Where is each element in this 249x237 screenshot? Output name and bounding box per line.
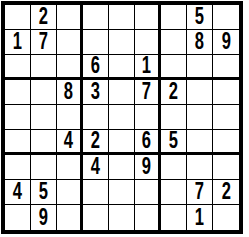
cell-r6c3: 4 — [57, 130, 83, 155]
cell-r7c8[interactable] — [187, 155, 213, 180]
cell-r1c9[interactable] — [213, 5, 239, 30]
cell-r3c1[interactable] — [5, 55, 31, 80]
given-digit: 1 — [195, 206, 204, 230]
cell-r6c4: 2 — [83, 130, 109, 155]
cell-r6c6: 6 — [135, 130, 161, 155]
cell-r8c7[interactable] — [161, 180, 187, 205]
cell-r9c7[interactable] — [161, 205, 187, 230]
cell-r2c3[interactable] — [57, 30, 83, 55]
cell-r8c5[interactable] — [109, 180, 135, 205]
cell-r5c5[interactable] — [109, 105, 135, 130]
cell-r1c2: 2 — [31, 5, 57, 30]
cell-r2c5[interactable] — [109, 30, 135, 55]
cell-r5c2[interactable] — [31, 105, 57, 130]
given-digit: 2 — [39, 5, 48, 29]
given-digit: 2 — [221, 180, 230, 204]
cell-r4c3: 8 — [57, 80, 83, 105]
page: 251789618372426549457291 — [0, 0, 249, 237]
given-digit: 7 — [39, 30, 48, 54]
given-digit: 7 — [142, 80, 151, 104]
cell-r9c5[interactable] — [109, 205, 135, 230]
cell-r2c6[interactable] — [135, 30, 161, 55]
cell-r1c6[interactable] — [135, 5, 161, 30]
cell-r1c7[interactable] — [161, 5, 187, 30]
cell-r8c2: 5 — [31, 180, 57, 205]
cell-r3c5[interactable] — [109, 55, 135, 80]
cell-r1c8: 5 — [187, 5, 213, 30]
given-digit: 4 — [91, 155, 100, 179]
cell-r5c4[interactable] — [83, 105, 109, 130]
cell-r4c1[interactable] — [5, 80, 31, 105]
cell-r7c4: 4 — [83, 155, 109, 180]
cell-r6c9[interactable] — [213, 130, 239, 155]
cell-r5c8[interactable] — [187, 105, 213, 130]
cell-r1c5[interactable] — [109, 5, 135, 30]
cell-r2c2: 7 — [31, 30, 57, 55]
cell-r3c4: 6 — [83, 55, 109, 80]
cell-r2c4[interactable] — [83, 30, 109, 55]
cell-r5c1[interactable] — [5, 105, 31, 130]
cell-r4c2[interactable] — [31, 80, 57, 105]
cell-r3c9[interactable] — [213, 55, 239, 80]
given-digit: 1 — [13, 30, 22, 54]
cell-r8c6[interactable] — [135, 180, 161, 205]
cell-r2c7[interactable] — [161, 30, 187, 55]
cell-r8c8: 7 — [187, 180, 213, 205]
cell-r9c2: 9 — [31, 205, 57, 230]
given-digit: 8 — [64, 80, 73, 104]
cell-r1c1[interactable] — [5, 5, 31, 30]
given-digit: 7 — [195, 180, 204, 204]
cell-r7c7[interactable] — [161, 155, 187, 180]
cell-r8c1: 4 — [5, 180, 31, 205]
cell-r5c3[interactable] — [57, 105, 83, 130]
given-digit: 8 — [195, 30, 204, 54]
cell-r2c9: 9 — [213, 30, 239, 55]
cell-r3c8[interactable] — [187, 55, 213, 80]
given-digit: 5 — [169, 130, 178, 153]
cell-r2c8: 8 — [187, 30, 213, 55]
cell-r4c8[interactable] — [187, 80, 213, 105]
cell-r4c4: 3 — [83, 80, 109, 105]
given-digit: 9 — [39, 206, 48, 230]
cell-r8c4[interactable] — [83, 180, 109, 205]
given-digit: 6 — [142, 130, 151, 153]
cell-r3c2[interactable] — [31, 55, 57, 80]
given-digit: 9 — [221, 30, 230, 54]
given-digit: 2 — [91, 130, 100, 153]
sudoku-board: 251789618372426549457291 — [1, 1, 243, 234]
given-digit: 4 — [64, 130, 73, 153]
given-digit: 4 — [13, 180, 22, 204]
cell-r9c9[interactable] — [213, 205, 239, 230]
cell-r9c4[interactable] — [83, 205, 109, 230]
cell-r5c7[interactable] — [161, 105, 187, 130]
cell-r9c1[interactable] — [5, 205, 31, 230]
given-digit: 9 — [142, 155, 151, 179]
cell-r7c3[interactable] — [57, 155, 83, 180]
cell-r7c2[interactable] — [31, 155, 57, 180]
cell-r5c9[interactable] — [213, 105, 239, 130]
cell-r6c2[interactable] — [31, 130, 57, 155]
cell-r3c7[interactable] — [161, 55, 187, 80]
cell-r6c1[interactable] — [5, 130, 31, 155]
cell-r1c3[interactable] — [57, 5, 83, 30]
given-digit: 3 — [91, 80, 100, 104]
cell-r7c1[interactable] — [5, 155, 31, 180]
cell-r8c3[interactable] — [57, 180, 83, 205]
cell-r4c5[interactable] — [109, 80, 135, 105]
given-digit: 1 — [142, 55, 151, 78]
cell-r1c4[interactable] — [83, 5, 109, 30]
cell-r6c7: 5 — [161, 130, 187, 155]
cell-r7c5[interactable] — [109, 155, 135, 180]
cell-r5c6[interactable] — [135, 105, 161, 130]
cell-r9c6[interactable] — [135, 205, 161, 230]
cell-r3c3[interactable] — [57, 55, 83, 80]
cell-r7c6: 9 — [135, 155, 161, 180]
cell-r4c9[interactable] — [213, 80, 239, 105]
cell-r3c6: 1 — [135, 55, 161, 80]
cell-r6c8[interactable] — [187, 130, 213, 155]
given-digit: 6 — [91, 55, 100, 78]
cell-r4c6: 7 — [135, 80, 161, 105]
cell-r8c9: 2 — [213, 180, 239, 205]
given-digit: 5 — [39, 180, 48, 204]
cell-r2c1: 1 — [5, 30, 31, 55]
cell-r9c8: 1 — [187, 205, 213, 230]
cell-r9c3[interactable] — [57, 205, 83, 230]
cell-r6c5[interactable] — [109, 130, 135, 155]
cell-r4c7: 2 — [161, 80, 187, 105]
given-digit: 2 — [169, 80, 178, 104]
cell-r7c9[interactable] — [213, 155, 239, 180]
given-digit: 5 — [195, 5, 204, 29]
